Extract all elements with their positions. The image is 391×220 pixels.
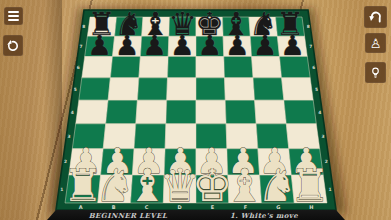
rank-label-right-3: 3	[321, 134, 324, 139]
rank-label-right-5: 5	[315, 87, 318, 92]
chess-board: ABCDEFGH1122334455667788♜♞♝♛♚♝♞♜♟♟♟♟♟♟♟♟…	[0, 0, 391, 220]
rank-label-left-7: 7	[80, 44, 83, 49]
menu-button[interactable]	[4, 7, 23, 25]
square-d5[interactable]	[167, 78, 196, 100]
rank-label-right-8: 8	[307, 24, 310, 29]
square-e4[interactable]	[196, 100, 226, 124]
black-pawn-f7[interactable]: ♟	[225, 30, 250, 61]
square-a4[interactable]	[76, 100, 108, 124]
difficulty-level-label: BEGINNER LEVEL	[89, 211, 167, 220]
square-b4[interactable]	[106, 100, 138, 124]
rank-label-left-3: 3	[67, 134, 70, 139]
black-pawn-e7[interactable]: ♟	[198, 30, 223, 61]
restart-button[interactable]	[3, 35, 23, 56]
move-status-label: 1. White's move	[230, 211, 298, 220]
undo-button[interactable]	[364, 6, 387, 28]
black-pawn-b7[interactable]: ♟	[115, 30, 140, 61]
rank-label-left-5: 5	[74, 87, 77, 92]
hamburger-icon	[8, 11, 19, 21]
restart-icon	[5, 37, 21, 54]
square-f5[interactable]	[225, 78, 255, 100]
rank-label-right-6: 6	[312, 65, 315, 70]
square-c4[interactable]	[136, 100, 167, 124]
black-pawn-d7[interactable]: ♟	[170, 30, 195, 61]
square-g5[interactable]	[253, 78, 284, 100]
rank-label-right-7: 7	[309, 44, 312, 49]
square-c5[interactable]	[137, 78, 167, 100]
square-b5[interactable]	[108, 78, 139, 100]
square-h5[interactable]	[282, 78, 314, 100]
square-a5[interactable]	[79, 78, 111, 100]
hint-button[interactable]	[365, 62, 386, 83]
rank-label-left-4: 4	[71, 110, 74, 115]
black-pawn-h7[interactable]: ♟	[280, 30, 305, 61]
lightbulb-icon	[368, 65, 383, 81]
rank-label-left-8: 8	[82, 24, 85, 29]
square-e5[interactable]	[196, 78, 225, 100]
chess-app-screen: ABCDEFGH1122334455667788♜♞♝♛♚♝♞♜♟♟♟♟♟♟♟♟…	[0, 0, 391, 220]
square-f4[interactable]	[225, 100, 256, 124]
undo-arrow-icon	[367, 9, 385, 26]
square-d4[interactable]	[166, 100, 196, 124]
black-pawn-g7[interactable]: ♟	[253, 30, 278, 61]
square-g4[interactable]	[255, 100, 287, 124]
square-h4[interactable]	[284, 100, 316, 124]
black-pawn-c7[interactable]: ♟	[142, 30, 167, 61]
side-select-button[interactable]: ♙	[365, 33, 386, 53]
black-pawn-a7[interactable]: ♟	[87, 30, 112, 61]
rank-label-right-4: 4	[318, 110, 321, 115]
pawn-icon: ♙	[370, 37, 382, 50]
white-rook-h1[interactable]: ♜	[289, 159, 329, 212]
rank-label-left-6: 6	[77, 65, 80, 70]
